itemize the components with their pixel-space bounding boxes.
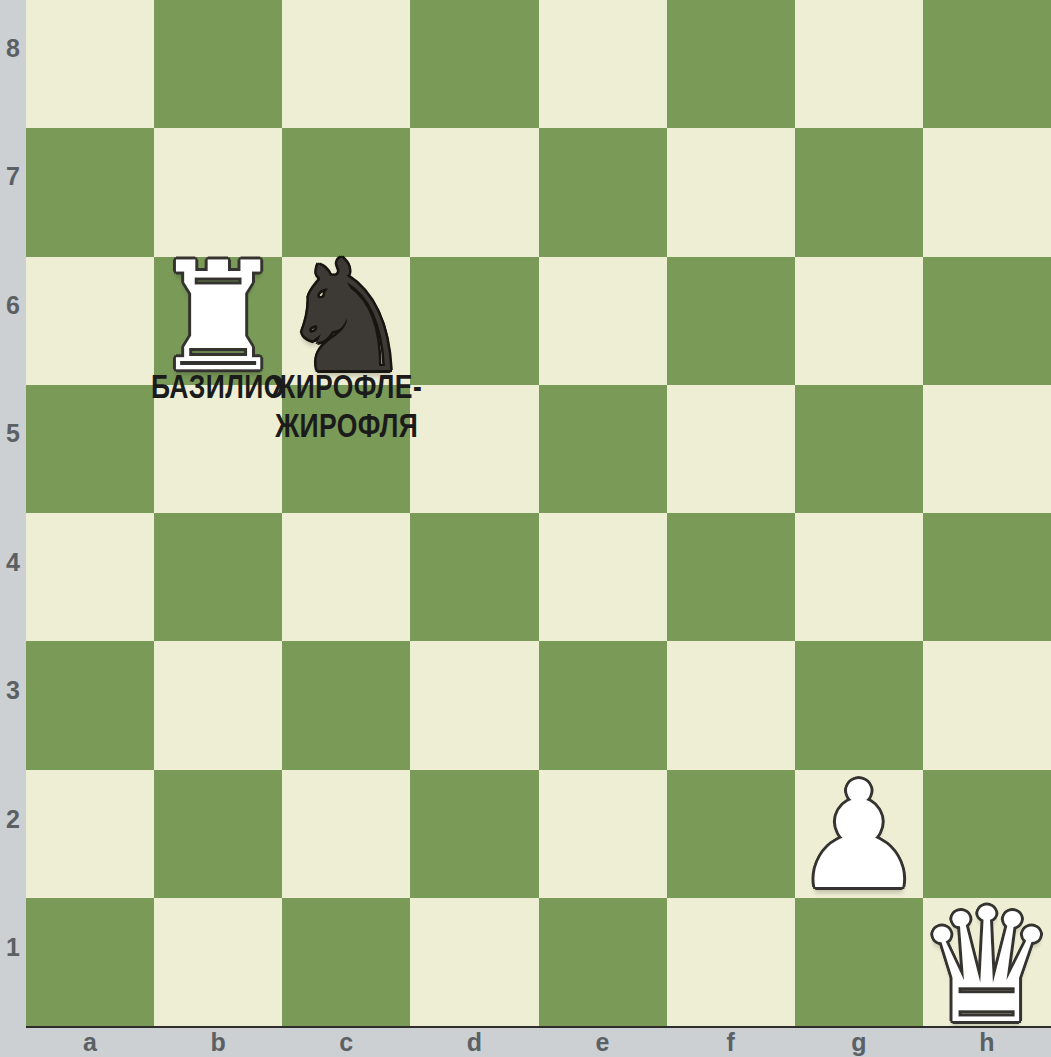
square-h4[interactable]: [923, 513, 1051, 641]
file-label-e: e: [539, 1028, 667, 1057]
square-g5[interactable]: [795, 385, 923, 513]
square-g7[interactable]: [795, 128, 923, 256]
square-d7[interactable]: [410, 128, 538, 256]
square-f7[interactable]: [667, 128, 795, 256]
square-h5[interactable]: [923, 385, 1051, 513]
square-a5[interactable]: [26, 385, 154, 513]
square-f2[interactable]: [667, 770, 795, 898]
square-c1[interactable]: [282, 898, 410, 1026]
square-f8[interactable]: [667, 0, 795, 128]
square-e3[interactable]: [539, 641, 667, 769]
square-g8[interactable]: [795, 0, 923, 128]
black-knight-icon: ♞: [277, 240, 415, 394]
square-b8[interactable]: [154, 0, 282, 128]
square-a2[interactable]: [26, 770, 154, 898]
file-labels-gutter: abcdefgh: [0, 1028, 1051, 1057]
white-queen-icon: ♛: [916, 887, 1051, 1045]
square-a8[interactable]: [26, 0, 154, 128]
square-b4[interactable]: [154, 513, 282, 641]
file-label-f: f: [667, 1028, 795, 1057]
square-a7[interactable]: [26, 128, 154, 256]
file-label-h: h: [923, 1028, 1051, 1057]
file-label-g: g: [795, 1028, 923, 1057]
rank-label-6: 6: [0, 241, 26, 370]
rank-label-5: 5: [0, 370, 26, 499]
square-f6[interactable]: [667, 257, 795, 385]
file-label-b: b: [154, 1028, 282, 1057]
square-e8[interactable]: [539, 0, 667, 128]
white-pawn-icon: ♟: [792, 762, 925, 910]
square-d4[interactable]: [410, 513, 538, 641]
square-h7[interactable]: [923, 128, 1051, 256]
white-rook-icon: ♜: [151, 242, 285, 392]
file-label-c: c: [282, 1028, 410, 1057]
square-b1[interactable]: [154, 898, 282, 1026]
square-c8[interactable]: [282, 0, 410, 128]
square-g4[interactable]: [795, 513, 923, 641]
square-f1[interactable]: [667, 898, 795, 1026]
square-e4[interactable]: [539, 513, 667, 641]
rank-labels-gutter: 87654321: [0, 0, 26, 1028]
rank-label-4: 4: [0, 498, 26, 627]
square-a3[interactable]: [26, 641, 154, 769]
square-c2[interactable]: [282, 770, 410, 898]
rank-label-1: 1: [0, 884, 26, 1013]
square-e7[interactable]: [539, 128, 667, 256]
square-h6[interactable]: [923, 257, 1051, 385]
rank-label-2: 2: [0, 755, 26, 884]
square-b2[interactable]: [154, 770, 282, 898]
square-d2[interactable]: [410, 770, 538, 898]
square-a4[interactable]: [26, 513, 154, 641]
piece-black-knight[interactable]: ♞ЖИРОФЛЕ- ЖИРОФЛЯ: [282, 257, 410, 385]
square-a6[interactable]: [26, 257, 154, 385]
square-a1[interactable]: [26, 898, 154, 1026]
square-d5[interactable]: [410, 385, 538, 513]
square-h8[interactable]: [923, 0, 1051, 128]
rank-label-8: 8: [0, 0, 26, 113]
square-b5[interactable]: [154, 385, 282, 513]
file-label-d: d: [410, 1028, 538, 1057]
chessboard-area: 87654321 ♜БАЗИЛИО♞ЖИРОФЛЕ- ЖИРОФЛЯ♟♛ abc…: [0, 0, 1051, 1057]
square-e6[interactable]: [539, 257, 667, 385]
square-f5[interactable]: [667, 385, 795, 513]
square-e1[interactable]: [539, 898, 667, 1026]
square-d8[interactable]: [410, 0, 538, 128]
square-d6[interactable]: [410, 257, 538, 385]
piece-white-queen[interactable]: ♛: [923, 898, 1051, 1026]
square-e5[interactable]: [539, 385, 667, 513]
piece-white-rook[interactable]: ♜БАЗИЛИО: [154, 257, 282, 385]
rank-label-7: 7: [0, 113, 26, 242]
square-h3[interactable]: [923, 641, 1051, 769]
square-d3[interactable]: [410, 641, 538, 769]
square-c3[interactable]: [282, 641, 410, 769]
square-d1[interactable]: [410, 898, 538, 1026]
file-label-a: a: [26, 1028, 154, 1057]
rank-label-3: 3: [0, 627, 26, 756]
square-b3[interactable]: [154, 641, 282, 769]
square-e2[interactable]: [539, 770, 667, 898]
piece-white-pawn[interactable]: ♟: [795, 770, 923, 898]
square-c4[interactable]: [282, 513, 410, 641]
square-f4[interactable]: [667, 513, 795, 641]
square-f3[interactable]: [667, 641, 795, 769]
square-g6[interactable]: [795, 257, 923, 385]
